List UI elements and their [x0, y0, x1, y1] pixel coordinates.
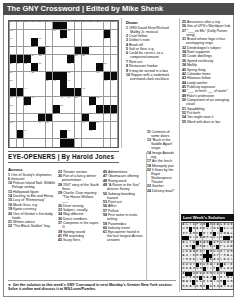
grid-cell[interactable]: [96, 38, 103, 46]
across-clue-29: 29 Charlie Chan mystery "The House Witho…: [58, 191, 101, 203]
down-clue-18: 18 Monopoly pair: [147, 164, 177, 168]
across-clue-13: 13 Hollywood figure: [8, 190, 56, 194]
clue-number: 49: [103, 183, 108, 187]
grid-cell-number: 44: [24, 88, 27, 91]
grid-cell[interactable]: [82, 63, 89, 71]
grid-cell[interactable]: 47: [17, 97, 24, 105]
grid-cell[interactable]: [60, 55, 67, 63]
across-clue-47: 47 Obamacare offering: [103, 174, 145, 178]
clue-number: 22: [8, 224, 13, 228]
grid-cell[interactable]: 23: [89, 47, 96, 55]
clue-number: 38: [182, 63, 187, 67]
grid-cell[interactable]: 9: [82, 22, 89, 30]
grid-cell-number: 31: [39, 63, 42, 66]
clue-number: 49: [182, 94, 187, 98]
grid-cell[interactable]: 69: [67, 130, 74, 138]
grid-cell[interactable]: 40: [53, 80, 60, 88]
grid-cell-number: 12: [111, 21, 114, 24]
down-heading: Down: [126, 20, 177, 25]
grid-cell-number: 62: [111, 113, 114, 116]
clue-number: 22: [147, 168, 152, 172]
grid-cell[interactable]: 8: [75, 22, 82, 30]
grid-cell[interactable]: [67, 47, 74, 55]
grid-cell[interactable]: [31, 130, 38, 138]
grid-cell[interactable]: 41: [67, 80, 74, 88]
grid-cell[interactable]: 32: [67, 63, 74, 71]
grid-cell[interactable]: 19: [104, 38, 111, 46]
clue-number: 19: [8, 207, 13, 211]
grid-cell-number: 40: [53, 80, 56, 83]
grid-cell[interactable]: [111, 30, 118, 38]
grid-cell[interactable]: 58: [53, 114, 60, 122]
grid-cell[interactable]: 3: [24, 22, 31, 30]
clue-number: 45: [182, 85, 187, 89]
grid-cell[interactable]: [82, 105, 89, 113]
grid-cell[interactable]: [38, 139, 45, 147]
grid-cell[interactable]: 52: [96, 97, 103, 105]
grid-cell-black: [60, 130, 67, 138]
grid-cell[interactable]: [46, 88, 53, 96]
grid-cell[interactable]: 10: [89, 22, 96, 30]
down-clue-14: 14 Image Awards org.: [147, 151, 177, 159]
clue-number: 23: [147, 184, 152, 188]
grid-cell[interactable]: 29: [17, 63, 24, 71]
grid-cell-number: 23: [89, 46, 92, 49]
grid-cell[interactable]: 31: [38, 63, 45, 71]
grid-cell-number: 6: [46, 21, 47, 24]
grid-cell[interactable]: [67, 105, 74, 113]
title-rule-top: [8, 151, 119, 152]
grid-cell[interactable]: [53, 63, 60, 71]
grid-cell-number: 4: [31, 21, 32, 24]
grid-cell[interactable]: [111, 97, 118, 105]
clue-number: 2: [126, 34, 129, 38]
grid-cell-number: 34: [10, 72, 13, 75]
grid-cell-number: 59: [89, 113, 92, 116]
grid-cell[interactable]: [89, 139, 96, 147]
grid-cell[interactable]: 67: [96, 122, 103, 130]
grid-cell-number: 8: [75, 21, 76, 24]
grid-cell[interactable]: [89, 30, 96, 38]
across-clue-10: 10 Pelican Island Natl. Wildlife Refuge …: [8, 181, 56, 189]
grid-cell[interactable]: [31, 114, 38, 122]
grid-cell-number: 5: [39, 21, 40, 24]
grid-cell[interactable]: [89, 63, 96, 71]
grid-cell[interactable]: 22: [46, 47, 53, 55]
grid-cell[interactable]: [96, 80, 103, 88]
clue-number: 44: [182, 81, 187, 85]
grid-cell[interactable]: [82, 130, 89, 138]
solution-cell-letter: D: [230, 285, 233, 289]
grid-cell[interactable]: [104, 47, 111, 55]
grid-cell[interactable]: [111, 47, 118, 55]
grid-cell[interactable]: [104, 97, 111, 105]
grid-cell[interactable]: [104, 130, 111, 138]
grid-cell[interactable]: [111, 38, 118, 46]
grid-cell[interactable]: [82, 30, 89, 38]
down-clue-7: 7 Rent out: [126, 60, 177, 64]
grid-cell-number: 28: [10, 63, 13, 66]
grid-cell[interactable]: 66: [82, 122, 89, 130]
across-clue-49: 49 "A Raisin in the Sun" director Kenny: [103, 183, 145, 191]
grid-cell[interactable]: [60, 122, 67, 130]
grid-cell[interactable]: 33: [104, 63, 111, 71]
grid-cell[interactable]: 64: [38, 122, 45, 130]
grid-cell[interactable]: 43: [111, 80, 118, 88]
down-clue-44: 44 Lowly worker: [182, 81, 233, 85]
grid-cell[interactable]: [89, 88, 96, 96]
grid-cell[interactable]: [24, 72, 31, 80]
down-clue-51: 51 Squabbling: [182, 107, 233, 111]
grid-cell[interactable]: 61: [104, 114, 111, 122]
clue-number: 36: [58, 217, 63, 221]
grid-cell[interactable]: [53, 130, 60, 138]
grid-cell[interactable]: 51: [75, 97, 82, 105]
across-clue-39: 39 Spitting sound: [58, 230, 101, 234]
grid-cell-number: 64: [39, 122, 42, 125]
grid-cell-number: 60: [97, 113, 100, 116]
grid-cell[interactable]: [38, 130, 45, 138]
grid-cell[interactable]: 17: [38, 38, 45, 46]
clue-number: 15: [8, 198, 13, 202]
across-clue-14: 14 Dorothy, to Em and Henry: [8, 194, 56, 198]
grid-cell[interactable]: 45: [82, 88, 89, 96]
clue-number: 50: [103, 192, 108, 196]
across-clue-58: 58 First name in erotic writing: [103, 213, 145, 221]
grid-cell[interactable]: [24, 47, 31, 55]
grid-cell[interactable]: 18: [60, 38, 67, 46]
grid-cell[interactable]: [82, 72, 89, 80]
grid-cell-number: 45: [82, 88, 85, 91]
grid-cell[interactable]: [89, 72, 96, 80]
grid-cell[interactable]: 15: [67, 30, 74, 38]
title-rule-bottom: [8, 162, 119, 163]
grid-cell[interactable]: [31, 30, 38, 38]
clue-number: 23: [58, 170, 63, 174]
across-clue-34: 34 Way different: [58, 212, 101, 216]
column-rule-1: [121, 18, 122, 148]
grid-cell[interactable]: [96, 139, 103, 147]
grid-cell-black: [60, 139, 67, 147]
grid-cell[interactable]: [46, 63, 53, 71]
across-column-2: 23 Theater section26 Part of a fancy din…: [58, 170, 101, 243]
down-clue-45: 45 Publicity exposure: [182, 85, 233, 89]
clue-number: 21: [8, 220, 13, 224]
grid-cell-number: 48: [31, 97, 34, 100]
grid-cell[interactable]: 50: [67, 97, 74, 105]
grid-cell[interactable]: [111, 88, 118, 96]
grid-cell[interactable]: [111, 63, 118, 71]
grid-cell[interactable]: 44: [24, 88, 31, 96]
grid-cell[interactable]: [104, 122, 111, 130]
grid-cell-number: 9: [82, 21, 83, 24]
grid-cell[interactable]: 2: [17, 22, 24, 30]
clue-number: 32: [182, 46, 187, 50]
down-clue-50: 50 Component of an annoying cloud: [182, 98, 233, 106]
grid-cell[interactable]: 27: [82, 55, 89, 63]
down-clue-6: 6 Could be correct, as a compound amount: [126, 51, 177, 59]
clue-number: 16: [8, 203, 13, 207]
grid-cell[interactable]: [82, 38, 89, 46]
puzzle-title: EYE-OPENERS | By Harold Jones: [8, 153, 119, 160]
grid-cell[interactable]: [31, 80, 38, 88]
down-clue-40: 40 Spring thing: [182, 68, 233, 72]
clue-number: 9: [126, 69, 129, 73]
grid-cell-number: 54: [24, 105, 27, 108]
grid-cell[interactable]: 48: [31, 97, 38, 105]
across-clues-col1: 1 One of Scotty's shipmates6 Innocent10 …: [8, 173, 56, 229]
grid-cell[interactable]: [38, 72, 45, 80]
clue-number: 43: [58, 238, 63, 242]
grid-cell[interactable]: 37: [96, 72, 103, 80]
grid-cell[interactable]: 4: [31, 22, 38, 30]
down-clue-5: 5 Salt or flour, e.g.: [126, 47, 177, 51]
grid-cell[interactable]: 26: [75, 55, 82, 63]
grid-cell[interactable]: 72: [75, 139, 82, 147]
grid-cell[interactable]: [46, 55, 53, 63]
grid-cell[interactable]: [38, 80, 45, 88]
grid-cell-number: 53: [10, 105, 13, 108]
grid-cell[interactable]: [96, 30, 103, 38]
grid-cell[interactable]: [17, 105, 24, 113]
clue-number: 17: [147, 159, 152, 163]
clue-number: 5: [126, 47, 129, 51]
grid-cell[interactable]: [31, 105, 38, 113]
grid-cell[interactable]: [46, 30, 53, 38]
grid-cell[interactable]: [24, 38, 31, 46]
grid-cell[interactable]: [53, 47, 60, 55]
grid-cell[interactable]: [104, 88, 111, 96]
grid-cell[interactable]: [60, 47, 67, 55]
grid-cell-number: 51: [75, 97, 78, 100]
grid-cell-number: 68: [24, 130, 27, 133]
grid-cell[interactable]: [24, 30, 31, 38]
grid-cell[interactable]: [53, 97, 60, 105]
grid-cell[interactable]: [53, 139, 60, 147]
grid-cell[interactable]: [38, 97, 45, 105]
grid-cell[interactable]: [31, 139, 38, 147]
across-clue-50: 50 Subway boarding hazard: [103, 192, 145, 200]
grid-cell[interactable]: [17, 30, 24, 38]
last-week-solution-heading: Last Week's Solution: [181, 214, 234, 221]
down-clue-23: 23 Swelter: [147, 184, 177, 188]
grid-cell[interactable]: [111, 122, 118, 130]
clue-number: 42: [182, 72, 187, 76]
clue-number: 57: [103, 209, 108, 213]
down-clue-25: 25 Assurance after a trip: [182, 20, 233, 24]
grid-cell[interactable]: [17, 114, 24, 122]
grid-cell[interactable]: [60, 63, 67, 71]
grid-cell[interactable]: 70: [89, 130, 96, 138]
grid-cell[interactable]: [111, 55, 118, 63]
grid-cell[interactable]: [75, 80, 82, 88]
down-clue-8: 8 Restaurant freebie: [126, 64, 177, 68]
grid-cell[interactable]: 14: [53, 30, 60, 38]
grid-cell[interactable]: 12: [111, 22, 118, 30]
grid-cell[interactable]: 24: [31, 55, 38, 63]
grid-cell[interactable]: [46, 105, 53, 113]
grid-cell-number: 30: [24, 63, 27, 66]
across-clue-61: 61 Eye-opener found in the four longest …: [103, 230, 145, 242]
grid-cell[interactable]: 55: [60, 105, 67, 113]
grid-cell[interactable]: [17, 80, 24, 88]
grid-cell[interactable]: 35: [31, 72, 38, 80]
across-clue-56: 56 Afflict: [103, 204, 145, 208]
crossword-grid[interactable]: 1234567891011121314151617181920212223242…: [8, 20, 119, 148]
grid-cell[interactable]: [75, 114, 82, 122]
footer-note: ► Get the solution to this week's GNY Cr…: [8, 283, 176, 292]
clue-number: 13: [8, 190, 13, 194]
down-clue-26: 26 Site of UPS's Worldport hub: [182, 24, 233, 28]
across-clue-16: 16 Mardi Gras, e.g.: [8, 203, 56, 207]
grid-cell[interactable]: [46, 130, 53, 138]
down-clue-12: 12 "Back in the Saddle Again" singer: [147, 138, 177, 150]
clue-number: 59: [103, 222, 108, 226]
down-clue-43: 43 Hilarious fellow: [182, 76, 233, 80]
grid-cell[interactable]: [82, 97, 89, 105]
grid-cell-number: 55: [60, 105, 63, 108]
grid-cell[interactable]: [96, 55, 103, 63]
grid-cell[interactable]: 68: [24, 130, 31, 138]
grid-cell-number: 24: [31, 55, 34, 58]
grid-cell[interactable]: 62: [111, 114, 118, 122]
grid-cell-number: 71: [10, 138, 13, 141]
masthead-title: The GNY Crossword | Edited by Mike Shenk: [3, 3, 234, 15]
grid-cell[interactable]: [111, 139, 118, 147]
down-clue-2: 2 Cruel fellow: [126, 34, 177, 38]
clue-number: 61: [103, 230, 108, 234]
grid-cell[interactable]: 20: [10, 47, 17, 55]
clue-number: 6: [8, 177, 11, 181]
grid-cell[interactable]: [17, 139, 24, 147]
grid-cell[interactable]: [96, 130, 103, 138]
grid-cell[interactable]: 30: [24, 63, 31, 71]
grid-cell[interactable]: 42: [104, 80, 111, 88]
down-clue-22: 22 It flows by the Royal Shakespeare The…: [147, 168, 177, 184]
across-clue-33: 33 Subject, usually: [58, 208, 101, 212]
clue-number: 10: [8, 181, 13, 185]
down-clue-32: 32 Dendrologist's subject: [182, 46, 233, 50]
grid-cell[interactable]: [75, 63, 82, 71]
grid-cell[interactable]: [67, 38, 74, 46]
across-clue-36: 36 Diva's numbers: [58, 217, 101, 221]
down-clue-9: 9 It may be served in a box: [126, 69, 177, 73]
grid-cell[interactable]: [104, 22, 111, 30]
grid-cell-number: 26: [75, 55, 78, 58]
grid-cell[interactable]: [53, 122, 60, 130]
grid-cell[interactable]: [17, 38, 24, 46]
grid-cell[interactable]: 59: [89, 114, 96, 122]
down-clue-46: 46 "___ to fetch ___ of water": [182, 89, 233, 93]
grid-cell[interactable]: [75, 122, 82, 130]
clue-number: 18: [147, 164, 152, 168]
down-column-1a: Down 1 1983 David Shire/Richard Maltby J…: [126, 20, 177, 81]
grid-cell-number: 22: [46, 46, 49, 49]
clue-number: 1: [126, 26, 129, 30]
grid-cell[interactable]: 6: [46, 22, 53, 30]
puzzle-byline: By Harold Jones: [62, 153, 115, 160]
grid-cell[interactable]: 38: [10, 80, 17, 88]
down-clue-36: 36 Spend recklessly: [182, 59, 233, 63]
grid-cell[interactable]: [17, 122, 24, 130]
grid-cell[interactable]: [46, 97, 53, 105]
grid-cell[interactable]: [96, 47, 103, 55]
grid-cell[interactable]: 54: [24, 105, 31, 113]
down-clues-col2: 25 Assurance after a trip26 Site of UPS'…: [182, 20, 233, 124]
grid-cell[interactable]: [17, 47, 24, 55]
grid-cell[interactable]: 11: [96, 22, 103, 30]
across-clue-53: 53 Point out: [103, 200, 145, 204]
grid-cell-number: 17: [39, 38, 42, 41]
grid-cell[interactable]: [46, 139, 53, 147]
grid-cell[interactable]: [111, 130, 118, 138]
across-column-3: 45 Admonitions47 Obamacare offering48 Ri…: [103, 170, 145, 243]
grid-cell-number: 20: [10, 46, 13, 49]
grid-cell[interactable]: [31, 122, 38, 130]
clue-number: 3: [126, 38, 129, 42]
grid-cell[interactable]: [53, 88, 60, 96]
grid-cell-number: 36: [68, 72, 71, 75]
grid-cell-number: 33: [104, 63, 107, 66]
grid-cell[interactable]: [24, 139, 31, 147]
down-clue-24: 24 Delivery boat?: [147, 189, 177, 193]
grid-cell[interactable]: [24, 114, 31, 122]
grid-cell-number: 18: [60, 38, 63, 41]
grid-cell-number: 16: [10, 38, 13, 41]
grid-cell[interactable]: [60, 114, 67, 122]
grid-cell-black: [60, 80, 67, 88]
grid-cell[interactable]: [38, 105, 45, 113]
grid-cell[interactable]: [17, 72, 24, 80]
grid-cell[interactable]: 5: [38, 22, 45, 30]
down-clue-31: 31 Brand whose logo is four overlapping …: [182, 37, 233, 45]
clue-number: 37: [58, 221, 63, 225]
column-rule-3: [179, 18, 180, 292]
grid-cell[interactable]: [89, 80, 96, 88]
grid-cell[interactable]: [82, 139, 89, 147]
grid-cell[interactable]: 65: [46, 122, 53, 130]
grid-cell[interactable]: 63: [10, 122, 17, 130]
grid-cell[interactable]: 71: [10, 139, 17, 147]
grid-cell[interactable]: [104, 139, 111, 147]
grid-cell[interactable]: 39: [46, 80, 53, 88]
clue-number: 33: [58, 208, 63, 212]
crossword-page: The GNY Crossword | Edited by Mike Shenk…: [0, 0, 238, 300]
down-clue-4: 4 Break off: [126, 43, 177, 47]
grid-cell[interactable]: [38, 88, 45, 96]
clue-number: 54: [182, 115, 187, 119]
clue-number: 27: [182, 29, 187, 33]
grid-cell-number: 56: [89, 105, 92, 108]
grid-cell[interactable]: [89, 55, 96, 63]
grid-cell[interactable]: [67, 114, 74, 122]
grid-cell[interactable]: [75, 30, 82, 38]
down-column-1b: 11 Contents of some doors12 "Back in the…: [147, 130, 177, 193]
clue-number: 30: [58, 204, 63, 208]
grid-cell[interactable]: [75, 72, 82, 80]
grid-cell[interactable]: [53, 38, 60, 46]
across-clue-20: 20 One of Gerber's first baby foods: [8, 212, 56, 220]
across-clue-23: 23 Theater section: [58, 170, 101, 174]
across-clues-col3: 45 Admonitions47 Obamacare offering48 Ri…: [103, 170, 145, 242]
clue-number: 43: [182, 76, 187, 80]
grid-cell[interactable]: [75, 38, 82, 46]
clue-number: 26: [182, 24, 187, 28]
grid-cell[interactable]: [53, 55, 60, 63]
grid-cell[interactable]: [75, 105, 82, 113]
last-week-solution-grid: ACTUPONSEALEGSONBASELINEECOSPARERIBTONAL…: [181, 222, 234, 290]
grid-cell[interactable]: 28: [10, 63, 17, 71]
